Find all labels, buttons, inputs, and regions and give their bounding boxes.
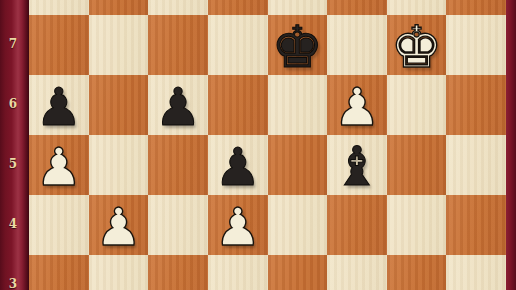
square-b6[interactable] xyxy=(89,75,149,135)
square-d7[interactable] xyxy=(208,15,268,75)
square-a3[interactable] xyxy=(29,255,89,290)
square-e3[interactable] xyxy=(268,255,328,290)
black-bishop-f5[interactable]: ♝ xyxy=(333,140,381,194)
rank-label-5: 5 xyxy=(0,157,26,171)
rank-label-6: 6 xyxy=(0,97,26,111)
white-pawn-d4[interactable]: ♟ xyxy=(214,201,261,253)
square-c4[interactable] xyxy=(148,195,208,255)
square-h3[interactable] xyxy=(446,255,506,290)
black-pawn-c6[interactable]: ♟ xyxy=(155,81,202,133)
square-g5[interactable] xyxy=(387,135,447,195)
board-frame-right xyxy=(506,0,516,290)
white-pawn-b4[interactable]: ♟ xyxy=(95,201,142,253)
black-pawn-d5[interactable]: ♟ xyxy=(214,141,261,193)
square-f6[interactable]: ♟ xyxy=(327,75,387,135)
black-pawn-a6[interactable]: ♟ xyxy=(36,81,83,133)
square-g3[interactable] xyxy=(387,255,447,290)
square-b8[interactable] xyxy=(89,0,149,15)
square-h5[interactable] xyxy=(446,135,506,195)
square-a7[interactable] xyxy=(29,15,89,75)
square-a8[interactable] xyxy=(29,0,89,15)
square-d6[interactable] xyxy=(208,75,268,135)
square-a5[interactable]: ♟ xyxy=(29,135,89,195)
black-king-e7[interactable]: ♚ xyxy=(271,18,323,76)
square-g4[interactable] xyxy=(387,195,447,255)
square-h8[interactable] xyxy=(446,0,506,15)
white-pawn-a5[interactable]: ♟ xyxy=(36,141,83,193)
square-e7[interactable]: ♚ xyxy=(268,15,328,75)
square-c6[interactable]: ♟ xyxy=(148,75,208,135)
chess-board: ♚♚♟♟♟♟♟♝♟♟ xyxy=(29,0,506,290)
square-d4[interactable]: ♟ xyxy=(208,195,268,255)
square-g7[interactable]: ♚ xyxy=(387,15,447,75)
square-c8[interactable] xyxy=(148,0,208,15)
square-f3[interactable] xyxy=(327,255,387,290)
square-f7[interactable] xyxy=(327,15,387,75)
square-e4[interactable] xyxy=(268,195,328,255)
square-a6[interactable]: ♟ xyxy=(29,75,89,135)
square-f5[interactable]: ♝ xyxy=(327,135,387,195)
square-d5[interactable]: ♟ xyxy=(208,135,268,195)
chess-diagram: ♚♚♟♟♟♟♟♝♟♟ 76543 xyxy=(0,0,516,290)
white-king-g7[interactable]: ♚ xyxy=(391,18,443,76)
square-g6[interactable] xyxy=(387,75,447,135)
square-c5[interactable] xyxy=(148,135,208,195)
square-e5[interactable] xyxy=(268,135,328,195)
square-c3[interactable] xyxy=(148,255,208,290)
square-b5[interactable] xyxy=(89,135,149,195)
square-f4[interactable] xyxy=(327,195,387,255)
square-b3[interactable] xyxy=(89,255,149,290)
square-b7[interactable] xyxy=(89,15,149,75)
white-pawn-f6[interactable]: ♟ xyxy=(334,81,381,133)
square-h7[interactable] xyxy=(446,15,506,75)
square-h6[interactable] xyxy=(446,75,506,135)
rank-label-7: 7 xyxy=(0,37,26,51)
square-f8[interactable] xyxy=(327,0,387,15)
square-d3[interactable] xyxy=(208,255,268,290)
square-a4[interactable] xyxy=(29,195,89,255)
rank-label-3: 3 xyxy=(0,277,26,290)
square-c7[interactable] xyxy=(148,15,208,75)
square-h4[interactable] xyxy=(446,195,506,255)
square-e6[interactable] xyxy=(268,75,328,135)
rank-label-4: 4 xyxy=(0,217,26,231)
square-b4[interactable]: ♟ xyxy=(89,195,149,255)
square-d8[interactable] xyxy=(208,0,268,15)
